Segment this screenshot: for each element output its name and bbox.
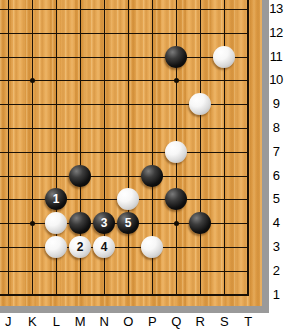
stone-white-R9[interactable] <box>189 93 211 115</box>
stone-black-N4[interactable]: 3 <box>93 212 115 234</box>
column-label-M: M <box>70 312 90 332</box>
stone-black-L5[interactable]: 1 <box>45 188 67 210</box>
row-label-1: 1 <box>268 286 284 304</box>
grid-line-vertical-O <box>128 0 129 296</box>
grid-line-vertical-J <box>8 0 9 296</box>
star-point-Q10 <box>174 78 179 83</box>
stone-white-P3[interactable] <box>141 236 163 258</box>
grid-line-vertical-R <box>200 0 201 296</box>
stone-black-M4[interactable] <box>69 212 91 234</box>
stone-black-O4[interactable]: 5 <box>117 212 139 234</box>
grid-line-horizontal-1 <box>0 294 249 296</box>
row-label-4: 4 <box>268 214 284 232</box>
stone-black-Q5[interactable] <box>165 188 187 210</box>
star-point-K4 <box>30 221 35 226</box>
column-label-S: S <box>214 312 234 332</box>
row-label-13: 13 <box>268 0 284 18</box>
row-label-3: 3 <box>268 238 284 256</box>
row-label-6: 6 <box>268 167 284 185</box>
grid-line-horizontal-3 <box>0 247 249 248</box>
star-point-Q4 <box>174 221 179 226</box>
column-label-N: N <box>94 312 114 332</box>
grid-line-vertical-T <box>247 0 249 296</box>
grid-line-horizontal-8 <box>0 128 249 129</box>
row-label-8: 8 <box>268 119 284 137</box>
star-point-K10 <box>30 78 35 83</box>
column-label-L: L <box>46 312 66 332</box>
stone-white-L4[interactable] <box>45 212 67 234</box>
go-diagram: 13524 JKLMNOPQRST 13121110987654321 <box>0 0 284 332</box>
column-label-Q: Q <box>166 312 186 332</box>
grid-line-horizontal-9 <box>0 104 249 105</box>
grid-line-horizontal-6 <box>0 176 249 177</box>
move-number-label: 2 <box>77 240 84 254</box>
stone-white-L3[interactable] <box>45 236 67 258</box>
row-label-2: 2 <box>268 262 284 280</box>
column-label-O: O <box>118 312 138 332</box>
row-label-9: 9 <box>268 95 284 113</box>
grid-line-horizontal-10 <box>0 80 249 81</box>
stone-white-N3[interactable]: 4 <box>93 236 115 258</box>
move-number-label: 3 <box>101 216 108 230</box>
stone-black-P6[interactable] <box>141 165 163 187</box>
move-number-label: 5 <box>125 216 132 230</box>
grid-line-horizontal-7 <box>0 152 249 153</box>
grid-line-horizontal-2 <box>0 271 249 272</box>
column-label-J: J <box>0 312 18 332</box>
grid-line-vertical-S <box>224 0 225 296</box>
grid-line-horizontal-12 <box>0 33 249 34</box>
row-label-12: 12 <box>268 24 284 42</box>
grid-line-horizontal-13 <box>0 9 249 10</box>
stone-black-M6[interactable] <box>69 165 91 187</box>
column-label-P: P <box>142 312 162 332</box>
stone-white-S11[interactable] <box>213 46 235 68</box>
row-label-10: 10 <box>268 71 284 89</box>
stone-black-Q11[interactable] <box>165 46 187 68</box>
stone-white-Q7[interactable] <box>165 141 187 163</box>
column-label-K: K <box>22 312 42 332</box>
stone-white-O5[interactable] <box>117 188 139 210</box>
row-label-5: 5 <box>268 190 284 208</box>
move-number-label: 1 <box>53 192 60 206</box>
row-label-11: 11 <box>268 48 284 66</box>
column-label-T: T <box>238 312 258 332</box>
column-label-R: R <box>190 312 210 332</box>
stone-white-M3[interactable]: 2 <box>69 236 91 258</box>
grid-line-horizontal-11 <box>0 57 249 58</box>
move-number-label: 4 <box>101 240 108 254</box>
stone-black-R4[interactable] <box>189 212 211 234</box>
grid-line-vertical-K <box>32 0 33 296</box>
goban[interactable]: 13524 <box>0 0 262 306</box>
row-label-7: 7 <box>268 143 284 161</box>
